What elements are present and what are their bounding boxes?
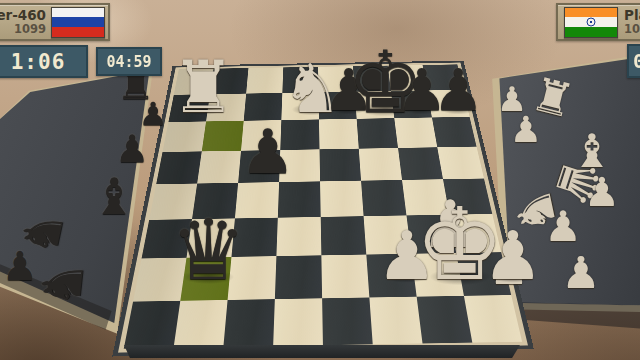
ashoka-chakra-icon bbox=[587, 18, 596, 27]
square-d1[interactable] bbox=[273, 298, 323, 346]
square-f5[interactable] bbox=[359, 148, 402, 181]
captured-black-pawn: ♟ bbox=[115, 130, 149, 168]
right-player-rating: 1035 bbox=[624, 23, 640, 36]
square-b1[interactable] bbox=[174, 300, 228, 348]
square-c8[interactable] bbox=[246, 67, 283, 93]
left-player-plate: Player-460 1099 bbox=[0, 3, 110, 41]
left-player-rating: 1099 bbox=[14, 23, 46, 36]
right-clock-clipped: 0 bbox=[627, 44, 640, 78]
square-f4[interactable] bbox=[361, 180, 406, 216]
square-d3[interactable] bbox=[276, 217, 321, 256]
white-rook-a7[interactable]: ♜ bbox=[171, 51, 236, 123]
board-front-face bbox=[124, 345, 520, 358]
square-e4[interactable] bbox=[320, 181, 363, 217]
india-flag-icon bbox=[564, 7, 618, 38]
russia-flag-icon bbox=[51, 7, 105, 38]
captured-white-pawn: ♟ bbox=[510, 112, 542, 148]
square-e2[interactable] bbox=[321, 255, 369, 298]
square-d4[interactable] bbox=[278, 181, 321, 217]
right-player-plate: Play 1035 bbox=[556, 3, 640, 41]
left-player-name: Player-460 bbox=[0, 8, 46, 23]
captured-white-pawn: ♟ bbox=[561, 251, 600, 295]
white-pawn-h2[interactable]: ♟ bbox=[483, 223, 543, 290]
square-e5[interactable] bbox=[320, 148, 362, 181]
square-d2[interactable] bbox=[275, 255, 322, 298]
square-e1[interactable] bbox=[322, 297, 373, 345]
captured-black-knight: ♞ bbox=[34, 257, 93, 311]
square-g5[interactable] bbox=[398, 147, 443, 180]
captured-white-pawn: ♟ bbox=[584, 172, 620, 212]
left-main-clock: 1:06 bbox=[0, 45, 88, 78]
black-pawn-c5[interactable]: ♟ bbox=[240, 120, 295, 181]
captured-black-pawn: ♟ bbox=[139, 98, 168, 130]
captured-black-pawn: ♟ bbox=[2, 246, 38, 286]
square-e3[interactable] bbox=[321, 216, 367, 255]
square-f1[interactable] bbox=[369, 296, 422, 344]
square-c1[interactable] bbox=[223, 299, 275, 347]
black-queen-b2[interactable]: ♛ bbox=[171, 208, 246, 292]
captured-black-bishop: ♝ bbox=[92, 172, 137, 222]
chess-game-screen: { "game": "chess", "position": { "fen": … bbox=[0, 0, 640, 360]
black-pawn-h7[interactable]: ♟ bbox=[432, 63, 484, 121]
square-b5[interactable] bbox=[197, 150, 241, 183]
square-h5[interactable] bbox=[437, 146, 484, 179]
right-player-name: Play bbox=[624, 8, 640, 23]
captured-white-bishop: ♝ bbox=[571, 128, 612, 174]
captured-white-pawn: ♟ bbox=[544, 206, 582, 248]
square-a1[interactable] bbox=[124, 300, 181, 348]
left-secondary-clock: 04:59 bbox=[96, 47, 162, 76]
square-a5[interactable] bbox=[156, 151, 202, 184]
